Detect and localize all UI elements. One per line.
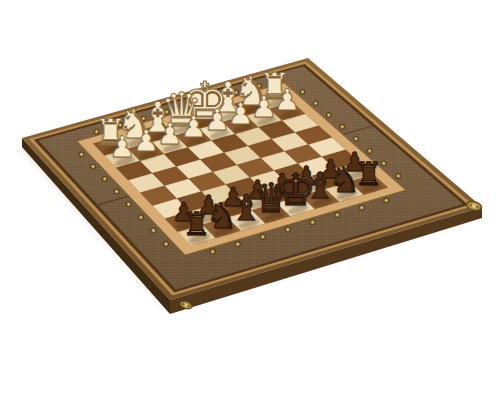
- piece-white-pawn-d2[interactable]: ♟: [180, 113, 206, 142]
- chess-set-photo: ♜♞♝♛♚♝♞♜♟♟♟♟♟♟♟♟♟♟♟♟♟♟♟♟♜♞♝♛♚♝♞♜: [0, 0, 500, 400]
- piece-white-pawn-f2[interactable]: ♟: [228, 99, 254, 128]
- piece-white-pawn-a2[interactable]: ♟: [109, 133, 135, 162]
- page-root: { "game": "chess", "scene": "overhead-an…: [0, 0, 500, 400]
- piece-white-pawn-b2[interactable]: ♟: [133, 126, 159, 155]
- piece-black-rook-a8[interactable]: ♜: [182, 208, 211, 240]
- piece-white-pawn-g2[interactable]: ♟: [251, 93, 277, 122]
- piece-white-pawn-e2[interactable]: ♟: [204, 106, 230, 135]
- pieces-layer: ♜♞♝♛♚♝♞♜♟♟♟♟♟♟♟♟♟♟♟♟♟♟♟♟♜♞♝♛♚♝♞♜: [0, 0, 500, 400]
- piece-white-pawn-c2[interactable]: ♟: [157, 119, 183, 148]
- piece-white-pawn-h2[interactable]: ♟: [274, 86, 300, 115]
